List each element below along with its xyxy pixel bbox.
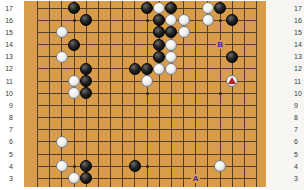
stone-black-E3 [80, 172, 92, 184]
stone-black-R13 [226, 51, 238, 63]
stone-black-D14 [68, 39, 80, 51]
row-label-left-14: 14 [0, 40, 13, 49]
grid-line-vertical [256, 1, 257, 187]
stone-black-J12 [129, 63, 141, 75]
stone-white-M12 [165, 63, 177, 75]
row-label-left-15: 15 [0, 28, 13, 37]
stone-black-L16 [153, 14, 165, 26]
stone-white-N16 [178, 14, 190, 26]
stone-white-D11 [68, 75, 80, 87]
stone-white-M14 [165, 39, 177, 51]
row-label-left-11: 11 [0, 77, 13, 86]
grid-line-horizontal [37, 56, 257, 57]
stone-black-D17 [68, 2, 80, 14]
stone-black-E4 [80, 160, 92, 172]
row-label-right-13: 13 [294, 52, 304, 61]
row-label-left-13: 13 [0, 52, 13, 61]
stone-black-M15 [165, 26, 177, 38]
stone-white-D10 [68, 87, 80, 99]
grid-line-vertical [49, 1, 50, 187]
stone-black-M17 [165, 2, 177, 14]
grid-line-horizontal [37, 32, 257, 33]
stone-black-L15 [153, 26, 165, 38]
row-label-right-4: 4 [294, 162, 304, 171]
stone-white-P17 [202, 2, 214, 14]
row-label-right-17: 17 [294, 4, 304, 13]
grid-line-horizontal [37, 141, 257, 142]
stone-white-C13 [56, 51, 68, 63]
grid-line-vertical [134, 1, 135, 187]
stone-white-L17 [153, 2, 165, 14]
row-label-left-16: 16 [0, 16, 13, 25]
row-label-right-14: 14 [294, 40, 304, 49]
row-label-right-10: 10 [294, 89, 304, 98]
stone-black-Q17 [214, 2, 226, 14]
last-move-triangle-marker [228, 77, 236, 84]
stone-black-L13 [153, 51, 165, 63]
grid-line-vertical [195, 1, 196, 187]
stone-black-E12 [80, 63, 92, 75]
grid-line-vertical [37, 1, 38, 187]
stone-black-K12 [141, 63, 153, 75]
row-label-right-12: 12 [294, 64, 304, 73]
star-point-K16 [146, 19, 149, 22]
star-point-K4 [146, 165, 149, 168]
star-point-D16 [73, 19, 76, 22]
row-label-left-12: 12 [0, 64, 13, 73]
row-label-right-8: 8 [294, 113, 304, 122]
go-board[interactable]: BA [24, 1, 266, 187]
stone-white-K11 [141, 75, 153, 87]
star-point-D4 [73, 165, 76, 168]
grid-line-vertical [232, 1, 233, 187]
stone-white-L12 [153, 63, 165, 75]
stone-black-E16 [80, 14, 92, 26]
stone-black-J4 [129, 160, 141, 172]
row-label-right-15: 15 [294, 28, 304, 37]
stone-white-C15 [56, 26, 68, 38]
row-label-right-16: 16 [294, 16, 304, 25]
stone-white-P16 [202, 14, 214, 26]
row-label-right-7: 7 [294, 125, 304, 134]
grid-line-horizontal [37, 105, 257, 106]
row-label-left-8: 8 [0, 113, 13, 122]
grid-line-vertical [98, 1, 99, 187]
stone-white-D3 [68, 172, 80, 184]
grid-line-vertical [122, 1, 123, 187]
grid-line-vertical [110, 1, 111, 187]
stone-black-E10 [80, 87, 92, 99]
right-coordinate-margin: 17161514131211109876543 [266, 0, 304, 190]
stone-black-E11 [80, 75, 92, 87]
grid-line-horizontal [37, 117, 257, 118]
stone-white-N15 [178, 26, 190, 38]
row-label-right-9: 9 [294, 101, 304, 110]
left-coordinate-margin: 17161514131211109876543 [0, 0, 24, 190]
grid-line-horizontal [37, 154, 257, 155]
star-point-Q16 [219, 19, 222, 22]
star-point-K10 [146, 92, 149, 95]
row-label-right-11: 11 [294, 77, 304, 86]
row-label-left-9: 9 [0, 101, 13, 110]
stone-white-Q4 [214, 160, 226, 172]
row-label-left-10: 10 [0, 89, 13, 98]
grid-line-vertical [207, 1, 208, 187]
row-label-right-3: 3 [294, 174, 304, 183]
stone-white-M16 [165, 14, 177, 26]
move-label-B: B [216, 40, 225, 49]
row-label-right-5: 5 [294, 150, 304, 159]
star-point-Q10 [219, 92, 222, 95]
stone-white-M13 [165, 51, 177, 63]
stone-black-R16 [226, 14, 238, 26]
stone-white-C4 [56, 160, 68, 172]
row-label-left-4: 4 [0, 162, 13, 171]
row-label-left-3: 3 [0, 174, 13, 183]
stone-black-K17 [141, 2, 153, 14]
row-label-left-7: 7 [0, 125, 13, 134]
row-label-left-5: 5 [0, 150, 13, 159]
grid-line-vertical [244, 1, 245, 187]
move-label-A: A [191, 174, 200, 183]
row-label-left-6: 6 [0, 137, 13, 146]
row-label-left-17: 17 [0, 4, 13, 13]
stone-black-L14 [153, 39, 165, 51]
grid-line-horizontal [37, 129, 257, 130]
row-label-right-6: 6 [294, 137, 304, 146]
go-diagram: BA 17161514131211109876543 1716151413121… [0, 0, 304, 190]
stone-white-C6 [56, 136, 68, 148]
